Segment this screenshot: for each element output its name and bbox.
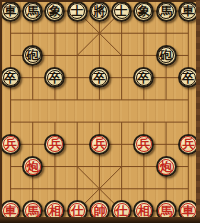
- piece-glyph: 象: [49, 5, 61, 17]
- board-point-b3[interactable]: [22, 133, 44, 155]
- piece-glyph: 兵: [5, 138, 17, 150]
- piece-glyph: 炮: [27, 160, 39, 172]
- board-point-d3[interactable]: [66, 133, 88, 155]
- piece-glyph: 炮: [160, 160, 172, 172]
- board-point-e6: 卒: [88, 67, 110, 89]
- board-point-h8[interactable]: [155, 22, 177, 44]
- board-point-h7: 砲: [155, 44, 177, 66]
- board-point-g3: 兵: [133, 133, 155, 155]
- piece-black-advisor[interactable]: 士: [111, 1, 132, 22]
- piece-glyph: 兵: [49, 138, 61, 150]
- board-point-f9: 士: [111, 0, 133, 22]
- board-point-a4[interactable]: [0, 111, 22, 133]
- piece-glyph: 卒: [49, 71, 61, 83]
- board-point-h4[interactable]: [155, 111, 177, 133]
- piece-black-chariot[interactable]: 車: [0, 1, 21, 22]
- board-point-b8[interactable]: [22, 22, 44, 44]
- piece-red-soldier[interactable]: 兵: [133, 134, 154, 155]
- piece-glyph: 車: [182, 204, 194, 216]
- board-point-c3: 兵: [44, 133, 66, 155]
- piece-glyph: 兵: [93, 138, 105, 150]
- board-frame-top: [0, 0, 200, 2]
- board-point-d5[interactable]: [66, 89, 88, 111]
- board-point-g9: 象: [133, 0, 155, 22]
- piece-black-horse[interactable]: 馬: [22, 1, 43, 22]
- board-point-h1[interactable]: [155, 178, 177, 200]
- board-point-c5[interactable]: [44, 89, 66, 111]
- board-point-c7[interactable]: [44, 44, 66, 66]
- board-point-h5[interactable]: [155, 89, 177, 111]
- piece-black-cannon[interactable]: 砲: [156, 45, 177, 66]
- piece-glyph: 砲: [27, 49, 39, 61]
- board-point-g2[interactable]: [133, 155, 155, 177]
- board-point-f6[interactable]: [111, 67, 133, 89]
- board-point-a7[interactable]: [0, 44, 22, 66]
- board-point-d1[interactable]: [66, 178, 88, 200]
- board-point-b6[interactable]: [22, 67, 44, 89]
- piece-glyph: 馬: [27, 204, 39, 216]
- board-point-e1[interactable]: [88, 178, 110, 200]
- piece-black-advisor[interactable]: 士: [67, 1, 88, 22]
- piece-glyph: 象: [138, 5, 150, 17]
- board-point-g7[interactable]: [133, 44, 155, 66]
- board-point-f2[interactable]: [111, 155, 133, 177]
- piece-black-soldier[interactable]: 卒: [0, 67, 21, 88]
- board-point-b2: 炮: [22, 155, 44, 177]
- board-point-c6: 卒: [44, 67, 66, 89]
- board-frame-right: [196, 0, 200, 223]
- piece-red-cannon[interactable]: 炮: [22, 156, 43, 177]
- board-point-c1[interactable]: [44, 178, 66, 200]
- board-point-e9: 將: [88, 0, 110, 22]
- board-point-e4[interactable]: [88, 111, 110, 133]
- piece-glyph: 馬: [160, 204, 172, 216]
- piece-layer: 車馬象士將士象馬車砲砲卒卒卒卒卒兵兵兵兵兵炮炮車馬相仕帥仕相馬車: [0, 0, 199, 223]
- board-point-e8[interactable]: [88, 22, 110, 44]
- piece-black-soldier[interactable]: 卒: [133, 67, 154, 88]
- piece-black-elephant[interactable]: 象: [44, 1, 65, 22]
- board-point-f8[interactable]: [111, 22, 133, 44]
- board-point-g5[interactable]: [133, 89, 155, 111]
- board-point-d8[interactable]: [66, 22, 88, 44]
- board-frame-bottom: [0, 217, 200, 223]
- piece-glyph: 仕: [116, 204, 128, 216]
- board-point-h9: 馬: [155, 0, 177, 22]
- piece-glyph: 馬: [160, 5, 172, 17]
- board-point-c4[interactable]: [44, 111, 66, 133]
- board-point-g6: 卒: [133, 67, 155, 89]
- xiangqi-board: 車馬象士將士象馬車砲砲卒卒卒卒卒兵兵兵兵兵炮炮車馬相仕帥仕相馬車: [0, 0, 200, 223]
- board-point-a8[interactable]: [0, 22, 22, 44]
- board-point-e7[interactable]: [88, 44, 110, 66]
- board-point-g4[interactable]: [133, 111, 155, 133]
- board-point-a2[interactable]: [0, 155, 22, 177]
- board-point-d7[interactable]: [66, 44, 88, 66]
- piece-glyph: 相: [49, 204, 61, 216]
- piece-red-cannon[interactable]: 炮: [156, 156, 177, 177]
- piece-glyph: 士: [71, 5, 83, 17]
- piece-glyph: 兵: [182, 138, 194, 150]
- board-point-f4[interactable]: [111, 111, 133, 133]
- piece-glyph: 卒: [5, 71, 17, 83]
- piece-black-soldier[interactable]: 卒: [89, 67, 110, 88]
- piece-glyph: 將: [93, 5, 105, 17]
- board-point-f5[interactable]: [111, 89, 133, 111]
- board-point-h2: 炮: [155, 155, 177, 177]
- piece-glyph: 卒: [138, 71, 150, 83]
- piece-black-cannon[interactable]: 砲: [22, 45, 43, 66]
- board-point-c9: 象: [44, 0, 66, 22]
- board-point-a6: 卒: [0, 67, 22, 89]
- piece-black-general[interactable]: 將: [89, 1, 110, 22]
- board-point-b1[interactable]: [22, 178, 44, 200]
- piece-glyph: 砲: [160, 49, 172, 61]
- board-point-c8[interactable]: [44, 22, 66, 44]
- board-point-d9: 士: [66, 0, 88, 22]
- piece-red-soldier[interactable]: 兵: [0, 134, 21, 155]
- piece-glyph: 帥: [93, 204, 105, 216]
- piece-glyph: 馬: [27, 5, 39, 17]
- piece-glyph: 兵: [138, 138, 150, 150]
- board-point-h3[interactable]: [155, 133, 177, 155]
- piece-glyph: 卒: [93, 71, 105, 83]
- board-point-f1[interactable]: [111, 178, 133, 200]
- board-point-a5[interactable]: [0, 89, 22, 111]
- piece-glyph: 相: [138, 204, 150, 216]
- board-point-h6[interactable]: [155, 67, 177, 89]
- board-point-e2[interactable]: [88, 155, 110, 177]
- board-point-e5[interactable]: [88, 89, 110, 111]
- board-point-b9: 馬: [22, 0, 44, 22]
- piece-glyph: 仕: [71, 204, 83, 216]
- board-point-b4[interactable]: [22, 111, 44, 133]
- board-point-a9: 車: [0, 0, 22, 22]
- board-point-d6[interactable]: [66, 67, 88, 89]
- piece-red-soldier[interactable]: 兵: [44, 134, 65, 155]
- board-point-b7: 砲: [22, 44, 44, 66]
- piece-glyph: 卒: [182, 71, 194, 83]
- board-point-e3: 兵: [88, 133, 110, 155]
- piece-red-soldier[interactable]: 兵: [89, 134, 110, 155]
- board-point-g8[interactable]: [133, 22, 155, 44]
- board-point-f3[interactable]: [111, 133, 133, 155]
- piece-glyph: 車: [5, 5, 17, 17]
- piece-black-elephant[interactable]: 象: [133, 1, 154, 22]
- piece-glyph: 車: [182, 5, 194, 17]
- piece-black-horse[interactable]: 馬: [156, 1, 177, 22]
- board-point-f7[interactable]: [111, 44, 133, 66]
- board-point-b5[interactable]: [22, 89, 44, 111]
- piece-glyph: 車: [5, 204, 17, 216]
- board-point-g1[interactable]: [133, 178, 155, 200]
- board-point-d2[interactable]: [66, 155, 88, 177]
- board-frame-left: [0, 0, 2, 223]
- board-point-d4[interactable]: [66, 111, 88, 133]
- board-point-a3: 兵: [0, 133, 22, 155]
- piece-black-soldier[interactable]: 卒: [44, 67, 65, 88]
- board-point-c2[interactable]: [44, 155, 66, 177]
- board-point-a1[interactable]: [0, 178, 22, 200]
- piece-glyph: 士: [116, 5, 128, 17]
